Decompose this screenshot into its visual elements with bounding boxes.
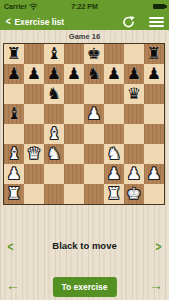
piece-white-k: ♚: [124, 184, 144, 204]
piece-white-q: ♛: [24, 144, 44, 164]
square-e3[interactable]: [84, 144, 104, 164]
back-button-label: Exercise list: [14, 17, 64, 27]
square-f7[interactable]: ♟: [104, 64, 124, 84]
square-c7[interactable]: ♟: [44, 64, 64, 84]
square-b6[interactable]: [24, 84, 44, 104]
square-e6[interactable]: [84, 84, 104, 104]
square-d7[interactable]: ♟: [64, 64, 84, 84]
piece-white-b: ♝: [4, 144, 24, 164]
square-h8[interactable]: ♜: [144, 44, 164, 64]
square-a5[interactable]: ♝: [4, 104, 24, 124]
to-exercise-button[interactable]: To exercise: [52, 277, 116, 297]
previous-arrow-button[interactable]: ←: [6, 273, 20, 297]
refresh-icon: [122, 15, 135, 28]
piece-black-k: ♚: [84, 44, 104, 64]
page-title: Game 16: [0, 32, 169, 41]
square-f4[interactable]: [104, 124, 124, 144]
piece-white-p: ♟: [84, 104, 104, 124]
square-f1[interactable]: ♜: [104, 184, 124, 204]
bottom-controls: ← To exercise →: [0, 272, 169, 298]
square-g2[interactable]: ♟: [124, 164, 144, 184]
square-f6[interactable]: [104, 84, 124, 104]
piece-black-r: ♜: [4, 44, 24, 64]
piece-black-r: ♜: [144, 44, 164, 64]
piece-white-r: ♜: [104, 184, 124, 204]
piece-white-n: ♞: [44, 144, 64, 164]
piece-white-b: ♝: [44, 124, 64, 144]
square-a8[interactable]: ♜: [4, 44, 24, 64]
square-a2[interactable]: ♟: [4, 164, 24, 184]
square-a3[interactable]: ♝: [4, 144, 24, 164]
square-g7[interactable]: ♟: [124, 64, 144, 84]
square-e4[interactable]: [84, 124, 104, 144]
square-c1[interactable]: [44, 184, 64, 204]
piece-white-p: ♟: [104, 164, 124, 184]
piece-black-n: ♞: [44, 84, 64, 104]
nav-actions: [122, 15, 164, 28]
square-g3[interactable]: [124, 144, 144, 164]
square-b1[interactable]: [24, 184, 44, 204]
square-b8[interactable]: [24, 44, 44, 64]
square-c8[interactable]: ♝: [44, 44, 64, 64]
square-b3[interactable]: ♛: [24, 144, 44, 164]
square-h1[interactable]: [144, 184, 164, 204]
square-b4[interactable]: [24, 124, 44, 144]
piece-black-p: ♟: [144, 64, 164, 84]
square-f3[interactable]: ♞: [104, 144, 124, 164]
square-d3[interactable]: [64, 144, 84, 164]
square-b2[interactable]: [24, 164, 44, 184]
piece-black-p: ♟: [24, 64, 44, 84]
refresh-button[interactable]: [122, 15, 135, 28]
piece-black-b: ♝: [44, 44, 64, 64]
square-c6[interactable]: ♞: [44, 84, 64, 104]
piece-black-b: ♝: [4, 104, 24, 124]
piece-black-n: ♞: [84, 64, 104, 84]
status-bar: Carrier 7:22 PM: [0, 0, 169, 13]
square-d6[interactable]: [64, 84, 84, 104]
square-d4[interactable]: [64, 124, 84, 144]
square-f2[interactable]: ♟: [104, 164, 124, 184]
square-a6[interactable]: [4, 84, 24, 104]
piece-white-n: ♞: [104, 144, 124, 164]
piece-black-q: ♛: [124, 84, 144, 104]
square-f5[interactable]: [104, 104, 124, 124]
square-e8[interactable]: ♚: [84, 44, 104, 64]
square-g4[interactable]: [124, 124, 144, 144]
piece-black-p: ♟: [104, 64, 124, 84]
square-c2[interactable]: [44, 164, 64, 184]
move-status-row: < Black to move >: [0, 239, 169, 255]
battery-icon: [153, 4, 165, 9]
square-h3[interactable]: [144, 144, 164, 164]
square-h5[interactable]: [144, 104, 164, 124]
next-arrow-button[interactable]: →: [149, 273, 163, 297]
piece-white-r: ♜: [4, 184, 24, 204]
chess-board[interactable]: ♜♝♚♜♟♟♟♟♞♟♟♟♞♛♝♟♝♝♛♞♞♟♟♟♟♜♜♚: [3, 43, 165, 205]
square-d1[interactable]: [64, 184, 84, 204]
square-a7[interactable]: ♟: [4, 64, 24, 84]
square-b5[interactable]: [24, 104, 44, 124]
hamburger-icon: [149, 17, 164, 19]
next-exercise-chevron[interactable]: >: [156, 239, 162, 255]
square-c5[interactable]: [44, 104, 64, 124]
piece-white-p: ♟: [124, 164, 144, 184]
piece-black-p: ♟: [4, 64, 24, 84]
square-g8[interactable]: [124, 44, 144, 64]
square-h4[interactable]: [144, 124, 164, 144]
square-d8[interactable]: [64, 44, 84, 64]
square-e2[interactable]: [84, 164, 104, 184]
square-h6[interactable]: [144, 84, 164, 104]
square-d2[interactable]: [64, 164, 84, 184]
square-e7[interactable]: ♞: [84, 64, 104, 84]
square-h2[interactable]: ♟: [144, 164, 164, 184]
piece-white-p: ♟: [4, 164, 24, 184]
square-g1[interactable]: ♚: [124, 184, 144, 204]
piece-white-p: ♟: [144, 164, 164, 184]
square-a4[interactable]: [4, 124, 24, 144]
square-c4[interactable]: ♝: [44, 124, 64, 144]
clock-time: 7:22 PM: [0, 3, 169, 10]
back-button[interactable]: < Exercise list: [5, 16, 64, 27]
square-h7[interactable]: ♟: [144, 64, 164, 84]
square-g6[interactable]: ♛: [124, 84, 144, 104]
piece-black-p: ♟: [44, 64, 64, 84]
back-chevron-icon: <: [6, 16, 11, 27]
square-a1[interactable]: ♜: [4, 184, 24, 204]
app-screen: Carrier 7:22 PM < Exercise list: [0, 0, 169, 300]
nav-bar: < Exercise list: [0, 13, 169, 30]
menu-button[interactable]: [149, 17, 164, 27]
square-b7[interactable]: ♟: [24, 64, 44, 84]
piece-black-p: ♟: [124, 64, 144, 84]
square-g5[interactable]: [124, 104, 144, 124]
square-d5[interactable]: [64, 104, 84, 124]
square-f8[interactable]: [104, 44, 124, 64]
turn-status-text: Black to move: [0, 240, 169, 251]
square-e1[interactable]: [84, 184, 104, 204]
square-c3[interactable]: ♞: [44, 144, 64, 164]
piece-black-p: ♟: [64, 64, 84, 84]
square-e5[interactable]: ♟: [84, 104, 104, 124]
